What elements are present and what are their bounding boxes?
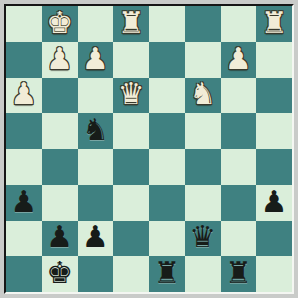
square-f8[interactable] bbox=[185, 6, 221, 42]
square-c8[interactable] bbox=[78, 6, 114, 42]
square-d2[interactable] bbox=[113, 221, 149, 257]
square-f1[interactable] bbox=[185, 256, 221, 292]
square-a8[interactable] bbox=[6, 6, 42, 42]
square-e5[interactable] bbox=[149, 113, 185, 149]
square-h7[interactable] bbox=[256, 42, 292, 78]
square-h3[interactable]: ♟ bbox=[256, 185, 292, 221]
black-pawn[interactable]: ♟ bbox=[46, 222, 73, 252]
square-g4[interactable] bbox=[221, 149, 257, 185]
square-f5[interactable] bbox=[185, 113, 221, 149]
square-d4[interactable] bbox=[113, 149, 149, 185]
square-e3[interactable] bbox=[149, 185, 185, 221]
chess-diagram: ♚♜♜♟♟♟♟♛♞♞♟♟♟♟♛♚♜♜ bbox=[0, 0, 298, 298]
white-pawn[interactable]: ♟ bbox=[225, 44, 252, 74]
square-a1[interactable] bbox=[6, 256, 42, 292]
square-e1[interactable]: ♜ bbox=[149, 256, 185, 292]
square-b6[interactable] bbox=[42, 78, 78, 114]
white-knight[interactable]: ♞ bbox=[189, 79, 216, 109]
white-pawn[interactable]: ♟ bbox=[82, 44, 109, 74]
square-a6[interactable]: ♟ bbox=[6, 78, 42, 114]
black-queen[interactable]: ♛ bbox=[189, 222, 216, 252]
square-d8[interactable]: ♜ bbox=[113, 6, 149, 42]
black-rook[interactable]: ♜ bbox=[225, 258, 252, 288]
black-king[interactable]: ♚ bbox=[46, 258, 73, 288]
square-d3[interactable] bbox=[113, 185, 149, 221]
square-a2[interactable] bbox=[6, 221, 42, 257]
chess-board: ♚♜♜♟♟♟♟♛♞♞♟♟♟♟♛♚♜♜ bbox=[6, 6, 292, 292]
square-g7[interactable]: ♟ bbox=[221, 42, 257, 78]
white-pawn[interactable]: ♟ bbox=[46, 44, 73, 74]
square-e7[interactable] bbox=[149, 42, 185, 78]
square-a7[interactable] bbox=[6, 42, 42, 78]
square-e2[interactable] bbox=[149, 221, 185, 257]
square-d5[interactable] bbox=[113, 113, 149, 149]
square-b4[interactable] bbox=[42, 149, 78, 185]
square-f4[interactable] bbox=[185, 149, 221, 185]
square-g6[interactable] bbox=[221, 78, 257, 114]
square-b3[interactable] bbox=[42, 185, 78, 221]
square-c3[interactable] bbox=[78, 185, 114, 221]
square-h1[interactable] bbox=[256, 256, 292, 292]
square-g2[interactable] bbox=[221, 221, 257, 257]
square-d7[interactable] bbox=[113, 42, 149, 78]
square-a3[interactable]: ♟ bbox=[6, 185, 42, 221]
square-c7[interactable]: ♟ bbox=[78, 42, 114, 78]
square-e6[interactable] bbox=[149, 78, 185, 114]
square-a4[interactable] bbox=[6, 149, 42, 185]
square-c6[interactable] bbox=[78, 78, 114, 114]
board-frame: ♚♜♜♟♟♟♟♛♞♞♟♟♟♟♛♚♜♜ bbox=[4, 4, 294, 294]
white-queen[interactable]: ♛ bbox=[118, 79, 145, 109]
black-knight[interactable]: ♞ bbox=[82, 115, 109, 145]
square-b2[interactable]: ♟ bbox=[42, 221, 78, 257]
square-g5[interactable] bbox=[221, 113, 257, 149]
square-f6[interactable]: ♞ bbox=[185, 78, 221, 114]
square-f3[interactable] bbox=[185, 185, 221, 221]
square-g8[interactable] bbox=[221, 6, 257, 42]
square-c4[interactable] bbox=[78, 149, 114, 185]
square-b7[interactable]: ♟ bbox=[42, 42, 78, 78]
square-b5[interactable] bbox=[42, 113, 78, 149]
square-g1[interactable]: ♜ bbox=[221, 256, 257, 292]
white-rook[interactable]: ♜ bbox=[118, 8, 145, 38]
square-f2[interactable]: ♛ bbox=[185, 221, 221, 257]
square-h5[interactable] bbox=[256, 113, 292, 149]
white-king[interactable]: ♚ bbox=[46, 8, 73, 38]
square-b8[interactable]: ♚ bbox=[42, 6, 78, 42]
square-b1[interactable]: ♚ bbox=[42, 256, 78, 292]
square-d1[interactable] bbox=[113, 256, 149, 292]
square-g3[interactable] bbox=[221, 185, 257, 221]
square-a5[interactable] bbox=[6, 113, 42, 149]
black-pawn[interactable]: ♟ bbox=[10, 187, 37, 217]
white-rook[interactable]: ♜ bbox=[261, 8, 288, 38]
square-e8[interactable] bbox=[149, 6, 185, 42]
square-c2[interactable]: ♟ bbox=[78, 221, 114, 257]
square-h2[interactable] bbox=[256, 221, 292, 257]
black-pawn[interactable]: ♟ bbox=[82, 222, 109, 252]
square-h8[interactable]: ♜ bbox=[256, 6, 292, 42]
black-rook[interactable]: ♜ bbox=[153, 258, 180, 288]
square-f7[interactable] bbox=[185, 42, 221, 78]
square-h4[interactable] bbox=[256, 149, 292, 185]
square-h6[interactable] bbox=[256, 78, 292, 114]
square-d6[interactable]: ♛ bbox=[113, 78, 149, 114]
black-pawn[interactable]: ♟ bbox=[261, 187, 288, 217]
white-pawn[interactable]: ♟ bbox=[10, 79, 37, 109]
square-c5[interactable]: ♞ bbox=[78, 113, 114, 149]
square-e4[interactable] bbox=[149, 149, 185, 185]
square-c1[interactable] bbox=[78, 256, 114, 292]
